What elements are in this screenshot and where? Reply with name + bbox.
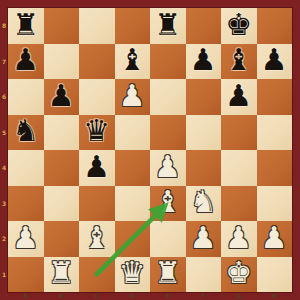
square-e3[interactable]: ♝: [150, 186, 186, 222]
square-e4[interactable]: ♟: [150, 150, 186, 186]
square-g7[interactable]: ♝: [221, 44, 257, 80]
square-d6[interactable]: ♟: [115, 79, 151, 115]
piece-wR-e1: ♜: [154, 258, 181, 288]
piece-wP-f2: ♟: [190, 223, 217, 253]
square-h5[interactable]: [257, 115, 293, 151]
rank-label-7: 7: [0, 44, 8, 80]
piece-wP-a2: ♟: [12, 223, 39, 253]
piece-bB-g7: ♝: [225, 45, 252, 75]
square-c2[interactable]: ♝: [79, 221, 115, 257]
square-a4[interactable]: [8, 150, 44, 186]
square-b2[interactable]: [44, 221, 80, 257]
square-f7[interactable]: ♟: [186, 44, 222, 80]
piece-wR-b1: ♜: [48, 258, 75, 288]
square-h4[interactable]: [257, 150, 293, 186]
file-label-e: E: [150, 292, 186, 300]
square-f5[interactable]: [186, 115, 222, 151]
square-d4[interactable]: [115, 150, 151, 186]
square-e7[interactable]: [150, 44, 186, 80]
square-c8[interactable]: [79, 8, 115, 44]
chess-diagram: 87654321 ABCDEFGH ♜♜♚♟♝♟♝♟♟♟♟♞♛♟♟♝♞♟♝♟♟♟…: [0, 0, 300, 300]
piece-bP-c4: ♟: [83, 152, 110, 182]
piece-bB-d7: ♝: [119, 45, 146, 75]
piece-bR-e8: ♜: [154, 10, 181, 40]
piece-wP-g2: ♟: [225, 223, 252, 253]
square-e2[interactable]: [150, 221, 186, 257]
square-b5[interactable]: [44, 115, 80, 151]
square-a1[interactable]: [8, 257, 44, 293]
square-d5[interactable]: [115, 115, 151, 151]
file-label-a: A: [8, 292, 44, 300]
piece-wB-e3: ♝: [154, 187, 181, 217]
file-label-b: B: [44, 292, 80, 300]
piece-bN-a5: ♞: [12, 116, 39, 146]
square-b4[interactable]: [44, 150, 80, 186]
piece-bR-a8: ♜: [12, 10, 39, 40]
piece-wP-h2: ♟: [261, 223, 288, 253]
rank-labels: 87654321: [0, 8, 8, 292]
square-a2[interactable]: ♟: [8, 221, 44, 257]
square-f1[interactable]: [186, 257, 222, 293]
square-a3[interactable]: [8, 186, 44, 222]
piece-wK-g1: ♚: [225, 258, 252, 288]
square-b7[interactable]: [44, 44, 80, 80]
square-a8[interactable]: ♜: [8, 8, 44, 44]
square-e1[interactable]: ♜: [150, 257, 186, 293]
square-e5[interactable]: [150, 115, 186, 151]
square-g4[interactable]: [221, 150, 257, 186]
square-b1[interactable]: ♜: [44, 257, 80, 293]
square-g1[interactable]: ♚: [221, 257, 257, 293]
file-label-g: G: [221, 292, 257, 300]
rank-label-5: 5: [0, 115, 8, 151]
square-f3[interactable]: ♞: [186, 186, 222, 222]
piece-bP-h7: ♟: [261, 45, 288, 75]
piece-bP-a7: ♟: [12, 45, 39, 75]
square-h1[interactable]: [257, 257, 293, 293]
file-label-h: H: [257, 292, 293, 300]
piece-wN-f3: ♞: [190, 187, 217, 217]
piece-wP-e4: ♟: [154, 152, 181, 182]
square-h8[interactable]: [257, 8, 293, 44]
square-h3[interactable]: [257, 186, 293, 222]
rank-label-3: 3: [0, 186, 8, 222]
piece-bK-g8: ♚: [225, 10, 252, 40]
piece-bP-f7: ♟: [190, 45, 217, 75]
rank-label-8: 8: [0, 8, 8, 44]
square-h2[interactable]: ♟: [257, 221, 293, 257]
square-d2[interactable]: [115, 221, 151, 257]
square-b6[interactable]: ♟: [44, 79, 80, 115]
square-a6[interactable]: [8, 79, 44, 115]
piece-bP-b6: ♟: [48, 81, 75, 111]
file-labels: ABCDEFGH: [8, 292, 292, 300]
chess-board[interactable]: ♜♜♚♟♝♟♝♟♟♟♟♞♛♟♟♝♞♟♝♟♟♟♜♛♜♚: [8, 8, 292, 292]
square-c3[interactable]: [79, 186, 115, 222]
piece-wP-d6: ♟: [119, 81, 146, 111]
square-f8[interactable]: [186, 8, 222, 44]
square-c4[interactable]: ♟: [79, 150, 115, 186]
piece-wQ-d1: ♛: [119, 258, 146, 288]
square-e6[interactable]: [150, 79, 186, 115]
square-d8[interactable]: [115, 8, 151, 44]
rank-label-6: 6: [0, 79, 8, 115]
square-c6[interactable]: [79, 79, 115, 115]
square-g3[interactable]: [221, 186, 257, 222]
square-c1[interactable]: [79, 257, 115, 293]
piece-bQ-c5: ♛: [83, 116, 110, 146]
square-c5[interactable]: ♛: [79, 115, 115, 151]
square-g5[interactable]: [221, 115, 257, 151]
file-label-c: C: [79, 292, 115, 300]
square-b8[interactable]: [44, 8, 80, 44]
square-b3[interactable]: [44, 186, 80, 222]
square-a7[interactable]: ♟: [8, 44, 44, 80]
square-f2[interactable]: ♟: [186, 221, 222, 257]
square-d3[interactable]: [115, 186, 151, 222]
square-f4[interactable]: [186, 150, 222, 186]
rank-label-2: 2: [0, 221, 8, 257]
square-g8[interactable]: ♚: [221, 8, 257, 44]
square-c7[interactable]: [79, 44, 115, 80]
piece-bP-g6: ♟: [225, 81, 252, 111]
file-label-f: F: [186, 292, 222, 300]
square-h6[interactable]: [257, 79, 293, 115]
rank-label-4: 4: [0, 150, 8, 186]
square-a5[interactable]: ♞: [8, 115, 44, 151]
square-h7[interactable]: ♟: [257, 44, 293, 80]
piece-wB-c2: ♝: [83, 223, 110, 253]
square-g2[interactable]: ♟: [221, 221, 257, 257]
square-e8[interactable]: ♜: [150, 8, 186, 44]
square-d1[interactable]: ♛: [115, 257, 151, 293]
file-label-d: D: [115, 292, 151, 300]
square-g6[interactable]: ♟: [221, 79, 257, 115]
square-d7[interactable]: ♝: [115, 44, 151, 80]
square-f6[interactable]: [186, 79, 222, 115]
rank-label-1: 1: [0, 257, 8, 293]
